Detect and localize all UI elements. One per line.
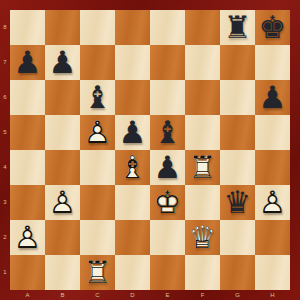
piece-black-king[interactable]: ♚ xyxy=(255,10,290,45)
square-e3[interactable]: ♚♔ xyxy=(150,185,185,220)
piece-glyph-fill: ♚ xyxy=(255,10,290,45)
file-label-e: E xyxy=(150,290,185,300)
square-f7[interactable] xyxy=(185,45,220,80)
square-c4[interactable] xyxy=(80,150,115,185)
square-c5[interactable]: ♟♙ xyxy=(80,115,115,150)
square-d3[interactable] xyxy=(115,185,150,220)
square-f6[interactable] xyxy=(185,80,220,115)
square-h2[interactable] xyxy=(255,220,290,255)
square-b8[interactable] xyxy=(45,10,80,45)
piece-glyph-outline: ♙ xyxy=(10,220,45,255)
piece-white-rook[interactable]: ♜♖ xyxy=(185,150,220,185)
square-g7[interactable] xyxy=(220,45,255,80)
piece-glyph-outline: ♙ xyxy=(80,115,115,150)
piece-white-pawn[interactable]: ♟♙ xyxy=(255,185,290,220)
square-d7[interactable] xyxy=(115,45,150,80)
square-a3[interactable] xyxy=(10,185,45,220)
square-b1[interactable] xyxy=(45,255,80,290)
file-label-d: D xyxy=(115,290,150,300)
piece-glyph-outline: ♗ xyxy=(115,150,150,185)
piece-black-pawn[interactable]: ♟ xyxy=(255,80,290,115)
square-c1[interactable]: ♜♖ xyxy=(80,255,115,290)
square-b6[interactable] xyxy=(45,80,80,115)
rank-label-2: 2 xyxy=(0,220,10,255)
piece-black-bishop[interactable]: ♝ xyxy=(150,115,185,150)
square-b5[interactable] xyxy=(45,115,80,150)
rank-label-3: 3 xyxy=(0,185,10,220)
piece-white-rook[interactable]: ♜♖ xyxy=(80,255,115,290)
rank-label-1: 1 xyxy=(0,255,10,290)
file-label-h: H xyxy=(255,290,290,300)
piece-glyph-fill: ♜ xyxy=(220,10,255,45)
piece-white-pawn[interactable]: ♟♙ xyxy=(45,185,80,220)
piece-white-king[interactable]: ♚♔ xyxy=(150,185,185,220)
piece-glyph-fill: ♟ xyxy=(45,45,80,80)
file-label-b: B xyxy=(45,290,80,300)
file-label-g: G xyxy=(220,290,255,300)
square-a4[interactable] xyxy=(10,150,45,185)
piece-glyph-outline: ♙ xyxy=(255,185,290,220)
piece-glyph-outline: ♙ xyxy=(45,185,80,220)
piece-black-queen[interactable]: ♛ xyxy=(220,185,255,220)
piece-black-pawn[interactable]: ♟ xyxy=(115,115,150,150)
square-h3[interactable]: ♟♙ xyxy=(255,185,290,220)
square-g3[interactable]: ♛ xyxy=(220,185,255,220)
square-c8[interactable] xyxy=(80,10,115,45)
piece-glyph-fill: ♝ xyxy=(80,80,115,115)
piece-glyph-outline: ♔ xyxy=(150,185,185,220)
square-d2[interactable] xyxy=(115,220,150,255)
piece-glyph-fill: ♟ xyxy=(150,150,185,185)
file-label-c: C xyxy=(80,290,115,300)
square-b7[interactable]: ♟ xyxy=(45,45,80,80)
rank-label-8: 8 xyxy=(0,10,10,45)
piece-white-queen[interactable]: ♛♕ xyxy=(185,220,220,255)
piece-glyph-outline: ♖ xyxy=(80,255,115,290)
square-d6[interactable] xyxy=(115,80,150,115)
piece-black-rook[interactable]: ♜ xyxy=(220,10,255,45)
file-label-a: A xyxy=(10,290,45,300)
square-h8[interactable]: ♚ xyxy=(255,10,290,45)
square-e6[interactable] xyxy=(150,80,185,115)
square-h6[interactable]: ♟ xyxy=(255,80,290,115)
square-a8[interactable] xyxy=(10,10,45,45)
square-c3[interactable] xyxy=(80,185,115,220)
square-f3[interactable] xyxy=(185,185,220,220)
square-e8[interactable] xyxy=(150,10,185,45)
square-g4[interactable] xyxy=(220,150,255,185)
square-a7[interactable]: ♟ xyxy=(10,45,45,80)
square-a2[interactable]: ♟♙ xyxy=(10,220,45,255)
square-d1[interactable] xyxy=(115,255,150,290)
square-e5[interactable]: ♝ xyxy=(150,115,185,150)
piece-black-pawn[interactable]: ♟ xyxy=(10,45,45,80)
square-g5[interactable] xyxy=(220,115,255,150)
square-f4[interactable]: ♜♖ xyxy=(185,150,220,185)
piece-glyph-fill: ♝ xyxy=(150,115,185,150)
square-b3[interactable]: ♟♙ xyxy=(45,185,80,220)
square-d5[interactable]: ♟ xyxy=(115,115,150,150)
piece-glyph-fill: ♟ xyxy=(10,45,45,80)
square-f5[interactable] xyxy=(185,115,220,150)
piece-glyph-outline: ♖ xyxy=(185,150,220,185)
square-b4[interactable] xyxy=(45,150,80,185)
piece-glyph-fill: ♟ xyxy=(115,115,150,150)
piece-black-bishop[interactable]: ♝ xyxy=(80,80,115,115)
square-e2[interactable] xyxy=(150,220,185,255)
square-f8[interactable] xyxy=(185,10,220,45)
rank-label-4: 4 xyxy=(0,150,10,185)
square-c2[interactable] xyxy=(80,220,115,255)
square-h4[interactable] xyxy=(255,150,290,185)
piece-white-pawn[interactable]: ♟♙ xyxy=(10,220,45,255)
file-label-f: F xyxy=(185,290,220,300)
square-b2[interactable] xyxy=(45,220,80,255)
square-f2[interactable]: ♛♕ xyxy=(185,220,220,255)
rank-label-6: 6 xyxy=(0,80,10,115)
chess-board: ♜♚♟♟♝♟♟♙♟♝♝♗♟♜♖♟♙♚♔♛♟♙♟♙♛♕♜♖ 87654321 AB… xyxy=(0,0,300,300)
square-a5[interactable] xyxy=(10,115,45,150)
square-c6[interactable]: ♝ xyxy=(80,80,115,115)
square-a1[interactable] xyxy=(10,255,45,290)
piece-white-pawn[interactable]: ♟♙ xyxy=(80,115,115,150)
square-d8[interactable] xyxy=(115,10,150,45)
square-d4[interactable]: ♝♗ xyxy=(115,150,150,185)
piece-glyph-fill: ♛ xyxy=(220,185,255,220)
square-g1[interactable] xyxy=(220,255,255,290)
square-g8[interactable]: ♜ xyxy=(220,10,255,45)
square-h5[interactable] xyxy=(255,115,290,150)
piece-white-bishop[interactable]: ♝♗ xyxy=(115,150,150,185)
square-g2[interactable] xyxy=(220,220,255,255)
square-h7[interactable] xyxy=(255,45,290,80)
square-h1[interactable] xyxy=(255,255,290,290)
square-c7[interactable] xyxy=(80,45,115,80)
piece-glyph-outline: ♕ xyxy=(185,220,220,255)
piece-black-pawn[interactable]: ♟ xyxy=(45,45,80,80)
rank-label-7: 7 xyxy=(0,45,10,80)
square-e1[interactable] xyxy=(150,255,185,290)
piece-black-pawn[interactable]: ♟ xyxy=(150,150,185,185)
square-g6[interactable] xyxy=(220,80,255,115)
piece-glyph-fill: ♟ xyxy=(255,80,290,115)
square-e7[interactable] xyxy=(150,45,185,80)
rank-label-5: 5 xyxy=(0,115,10,150)
board-grid: ♜♚♟♟♝♟♟♙♟♝♝♗♟♜♖♟♙♚♔♛♟♙♟♙♛♕♜♖ xyxy=(10,10,290,290)
square-a6[interactable] xyxy=(10,80,45,115)
square-f1[interactable] xyxy=(185,255,220,290)
square-e4[interactable]: ♟ xyxy=(150,150,185,185)
